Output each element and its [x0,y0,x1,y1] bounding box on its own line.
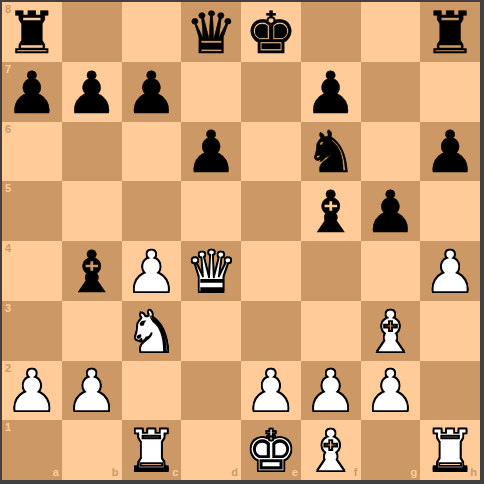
square-a8[interactable]: 8♜ [2,2,62,62]
piece-black-bishop[interactable]: ♝ [305,183,357,241]
square-a2[interactable]: 2♟ [2,361,62,421]
square-a4[interactable]: 4 [2,241,62,301]
square-f5[interactable]: ♝ [301,181,361,241]
piece-white-pawn[interactable]: ♟ [364,362,416,420]
square-f3[interactable] [301,301,361,361]
square-e6[interactable] [241,122,301,182]
square-b4[interactable]: ♝ [62,241,122,301]
square-a7[interactable]: 7♟ [2,62,62,122]
square-e1[interactable]: e♚ [241,420,301,480]
piece-black-pawn[interactable]: ♟ [6,64,58,122]
piece-white-bishop[interactable]: ♝ [364,303,416,361]
square-c1[interactable]: c♜ [122,420,182,480]
piece-black-rook[interactable]: ♜ [6,4,58,62]
chess-board: 8♜♛♚♜7♟♟♟♟6♟♞♟5♝♟4♝♟♛♟3♞♝2♟♟♟♟♟1abc♜de♚f… [0,0,484,484]
piece-black-bishop[interactable]: ♝ [66,243,118,301]
square-d5[interactable] [181,181,241,241]
square-f1[interactable]: f♝ [301,420,361,480]
piece-black-pawn[interactable]: ♟ [364,183,416,241]
piece-white-rook[interactable]: ♜ [125,422,177,480]
square-e4[interactable] [241,241,301,301]
square-h2[interactable] [420,361,480,421]
square-g6[interactable] [361,122,421,182]
square-d7[interactable] [181,62,241,122]
piece-white-pawn[interactable]: ♟ [66,362,118,420]
square-d2[interactable] [181,361,241,421]
square-c2[interactable] [122,361,182,421]
square-d1[interactable]: d [181,420,241,480]
piece-white-pawn[interactable]: ♟ [125,243,177,301]
square-e7[interactable] [241,62,301,122]
square-a3[interactable]: 3 [2,301,62,361]
rank-label-5: 5 [5,183,11,194]
square-h6[interactable]: ♟ [420,122,480,182]
square-a6[interactable]: 6 [2,122,62,182]
square-h3[interactable] [420,301,480,361]
piece-white-pawn[interactable]: ♟ [245,362,297,420]
piece-white-knight[interactable]: ♞ [125,303,177,361]
file-label-a: a [53,467,59,478]
square-b5[interactable] [62,181,122,241]
square-e5[interactable] [241,181,301,241]
square-b8[interactable] [62,2,122,62]
piece-black-queen[interactable]: ♛ [185,4,237,62]
square-h5[interactable] [420,181,480,241]
piece-white-pawn[interactable]: ♟ [305,362,357,420]
square-f8[interactable] [301,2,361,62]
square-h1[interactable]: h♜ [420,420,480,480]
square-h4[interactable]: ♟ [420,241,480,301]
piece-white-king[interactable]: ♚ [245,422,297,480]
file-label-g: g [411,467,418,478]
square-g3[interactable]: ♝ [361,301,421,361]
rank-label-6: 6 [5,124,11,135]
square-b7[interactable]: ♟ [62,62,122,122]
square-d4[interactable]: ♛ [181,241,241,301]
square-e3[interactable] [241,301,301,361]
square-d6[interactable]: ♟ [181,122,241,182]
square-g1[interactable]: g [361,420,421,480]
piece-black-king[interactable]: ♚ [245,4,297,62]
square-c8[interactable] [122,2,182,62]
file-label-d: d [231,467,238,478]
square-b3[interactable] [62,301,122,361]
rank-label-3: 3 [5,303,11,314]
rank-label-4: 4 [5,243,11,254]
square-g2[interactable]: ♟ [361,361,421,421]
square-c6[interactable] [122,122,182,182]
square-g7[interactable] [361,62,421,122]
rank-label-1: 1 [5,422,11,433]
square-f7[interactable]: ♟ [301,62,361,122]
square-f6[interactable]: ♞ [301,122,361,182]
square-e8[interactable]: ♚ [241,2,301,62]
square-e2[interactable]: ♟ [241,361,301,421]
square-h8[interactable]: ♜ [420,2,480,62]
square-c5[interactable] [122,181,182,241]
square-c7[interactable]: ♟ [122,62,182,122]
piece-black-pawn[interactable]: ♟ [66,64,118,122]
square-f2[interactable]: ♟ [301,361,361,421]
square-a1[interactable]: 1a [2,420,62,480]
square-c3[interactable]: ♞ [122,301,182,361]
square-b1[interactable]: b [62,420,122,480]
piece-white-bishop[interactable]: ♝ [305,422,357,480]
square-c4[interactable]: ♟ [122,241,182,301]
piece-white-queen[interactable]: ♛ [185,243,237,301]
square-h7[interactable] [420,62,480,122]
square-a5[interactable]: 5 [2,181,62,241]
square-f4[interactable] [301,241,361,301]
square-b2[interactable]: ♟ [62,361,122,421]
piece-black-pawn[interactable]: ♟ [305,64,357,122]
square-g4[interactable] [361,241,421,301]
square-g5[interactable]: ♟ [361,181,421,241]
piece-black-rook[interactable]: ♜ [424,4,476,62]
piece-black-pawn[interactable]: ♟ [125,64,177,122]
piece-white-pawn[interactable]: ♟ [424,243,476,301]
square-d8[interactable]: ♛ [181,2,241,62]
square-g8[interactable] [361,2,421,62]
piece-white-rook[interactable]: ♜ [424,422,476,480]
piece-black-pawn[interactable]: ♟ [185,123,237,181]
file-label-b: b [112,467,119,478]
piece-white-pawn[interactable]: ♟ [6,362,58,420]
square-b6[interactable] [62,122,122,182]
square-d3[interactable] [181,301,241,361]
piece-black-pawn[interactable]: ♟ [424,123,476,181]
piece-black-knight[interactable]: ♞ [305,123,357,181]
